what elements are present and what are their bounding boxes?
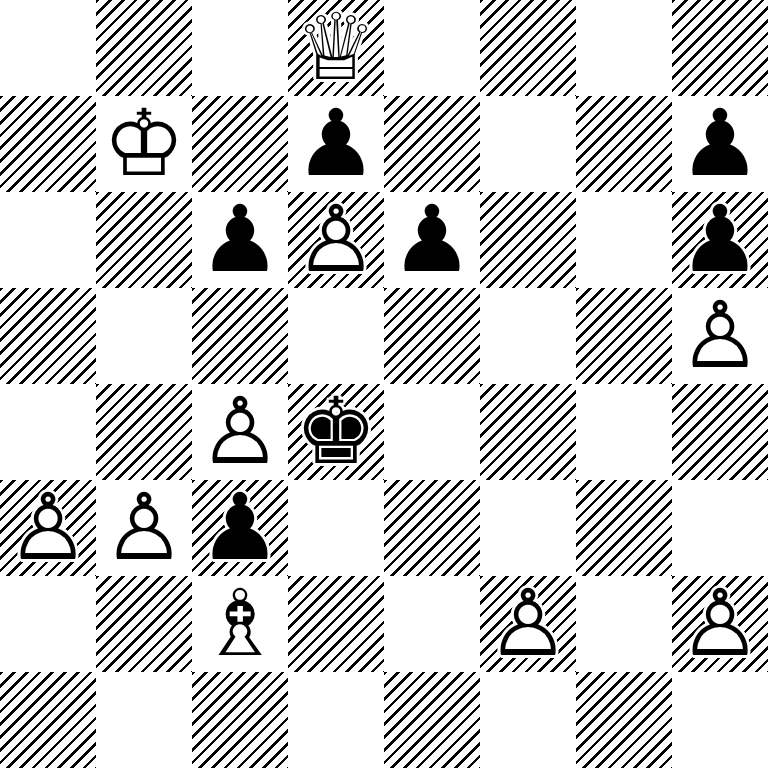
square-e5[interactable] [384, 288, 480, 384]
black-pawn-fill: ♟ [384, 192, 480, 288]
square-h2[interactable]: ♟♙ [672, 576, 768, 672]
white-pawn-glyph: ♙ [480, 576, 576, 672]
black-pawn[interactable]: ♟♟ [288, 96, 384, 192]
square-e7[interactable] [384, 96, 480, 192]
black-king-fill: ♚ [288, 384, 384, 480]
square-h8[interactable] [672, 0, 768, 96]
square-d7[interactable]: ♟♟ [288, 96, 384, 192]
square-d5[interactable] [288, 288, 384, 384]
black-king-glyph: ♚ [288, 384, 384, 480]
square-b1[interactable] [96, 672, 192, 768]
black-pawn[interactable]: ♟♟ [192, 480, 288, 576]
square-g2[interactable] [576, 576, 672, 672]
black-pawn-fill: ♟ [192, 480, 288, 576]
square-e3[interactable] [384, 480, 480, 576]
square-b8[interactable] [96, 0, 192, 96]
square-c7[interactable] [192, 96, 288, 192]
square-d4[interactable]: ♚♚ [288, 384, 384, 480]
white-bishop-fill: ♝ [192, 576, 288, 672]
white-pawn-fill: ♟ [672, 576, 768, 672]
white-pawn-fill: ♟ [480, 576, 576, 672]
white-bishop-glyph: ♗ [192, 576, 288, 672]
white-pawn[interactable]: ♟♙ [672, 288, 768, 384]
white-pawn-fill: ♟ [192, 384, 288, 480]
square-h7[interactable]: ♟♟ [672, 96, 768, 192]
square-e1[interactable] [384, 672, 480, 768]
square-d8[interactable]: ♛♕ [288, 0, 384, 96]
square-g4[interactable] [576, 384, 672, 480]
white-pawn-glyph: ♙ [192, 384, 288, 480]
square-e6[interactable]: ♟♟ [384, 192, 480, 288]
square-a4[interactable] [0, 384, 96, 480]
black-pawn-glyph: ♟ [192, 480, 288, 576]
square-e4[interactable] [384, 384, 480, 480]
square-h4[interactable] [672, 384, 768, 480]
black-pawn-fill: ♟ [672, 192, 768, 288]
square-f8[interactable] [480, 0, 576, 96]
black-pawn-glyph: ♟ [672, 192, 768, 288]
square-a3[interactable]: ♟♙ [0, 480, 96, 576]
white-pawn-fill: ♟ [672, 288, 768, 384]
square-b3[interactable]: ♟♙ [96, 480, 192, 576]
white-pawn-fill: ♟ [288, 192, 384, 288]
square-b7[interactable]: ♚♔ [96, 96, 192, 192]
square-g8[interactable] [576, 0, 672, 96]
square-e8[interactable] [384, 0, 480, 96]
square-c3[interactable]: ♟♟ [192, 480, 288, 576]
white-queen-fill: ♛ [288, 0, 384, 96]
black-pawn-glyph: ♟ [288, 96, 384, 192]
square-f6[interactable] [480, 192, 576, 288]
white-pawn[interactable]: ♟♙ [480, 576, 576, 672]
white-king-fill: ♚ [96, 96, 192, 192]
white-pawn-fill: ♟ [96, 480, 192, 576]
square-a7[interactable] [0, 96, 96, 192]
square-f7[interactable] [480, 96, 576, 192]
black-pawn-fill: ♟ [288, 96, 384, 192]
black-pawn[interactable]: ♟♟ [672, 96, 768, 192]
white-king-glyph: ♔ [96, 96, 192, 192]
square-c8[interactable] [192, 0, 288, 96]
square-a8[interactable] [0, 0, 96, 96]
black-pawn-glyph: ♟ [672, 96, 768, 192]
black-pawn[interactable]: ♟♟ [384, 192, 480, 288]
square-h3[interactable] [672, 480, 768, 576]
square-e2[interactable] [384, 576, 480, 672]
square-f3[interactable] [480, 480, 576, 576]
white-pawn[interactable]: ♟♙ [0, 480, 96, 576]
chess-board: ♛♕♚♔♟♟♟♟♟♟♟♙♟♟♟♟♟♙♟♙♚♚♟♙♟♙♟♟♝♗♟♙♟♙ [0, 0, 768, 768]
black-king[interactable]: ♚♚ [288, 384, 384, 480]
square-g3[interactable] [576, 480, 672, 576]
square-g6[interactable] [576, 192, 672, 288]
black-pawn[interactable]: ♟♟ [192, 192, 288, 288]
square-a2[interactable] [0, 576, 96, 672]
square-c4[interactable]: ♟♙ [192, 384, 288, 480]
square-c5[interactable] [192, 288, 288, 384]
white-pawn[interactable]: ♟♙ [672, 576, 768, 672]
square-c6[interactable]: ♟♟ [192, 192, 288, 288]
white-pawn-glyph: ♙ [96, 480, 192, 576]
square-a1[interactable] [0, 672, 96, 768]
square-c2[interactable]: ♝♗ [192, 576, 288, 672]
square-d2[interactable] [288, 576, 384, 672]
black-pawn[interactable]: ♟♟ [672, 192, 768, 288]
square-f4[interactable] [480, 384, 576, 480]
square-b4[interactable] [96, 384, 192, 480]
white-pawn-glyph: ♙ [672, 288, 768, 384]
square-d6[interactable]: ♟♙ [288, 192, 384, 288]
square-h6[interactable]: ♟♟ [672, 192, 768, 288]
square-h5[interactable]: ♟♙ [672, 288, 768, 384]
square-f1[interactable] [480, 672, 576, 768]
square-h1[interactable] [672, 672, 768, 768]
white-pawn-glyph: ♙ [672, 576, 768, 672]
black-pawn-glyph: ♟ [384, 192, 480, 288]
white-pawn[interactable]: ♟♙ [288, 192, 384, 288]
square-d3[interactable] [288, 480, 384, 576]
black-pawn-fill: ♟ [192, 192, 288, 288]
square-a5[interactable] [0, 288, 96, 384]
square-d1[interactable] [288, 672, 384, 768]
square-c1[interactable] [192, 672, 288, 768]
square-g5[interactable] [576, 288, 672, 384]
white-pawn-fill: ♟ [0, 480, 96, 576]
square-f2[interactable]: ♟♙ [480, 576, 576, 672]
square-b2[interactable] [96, 576, 192, 672]
square-g7[interactable] [576, 96, 672, 192]
white-pawn-glyph: ♙ [288, 192, 384, 288]
black-pawn-fill: ♟ [672, 96, 768, 192]
black-pawn-glyph: ♟ [192, 192, 288, 288]
white-king[interactable]: ♚♔ [96, 96, 192, 192]
square-a6[interactable] [0, 192, 96, 288]
square-b6[interactable] [96, 192, 192, 288]
square-f5[interactable] [480, 288, 576, 384]
white-pawn[interactable]: ♟♙ [192, 384, 288, 480]
white-pawn[interactable]: ♟♙ [96, 480, 192, 576]
square-g1[interactable] [576, 672, 672, 768]
white-queen-glyph: ♕ [288, 0, 384, 96]
white-pawn-glyph: ♙ [0, 480, 96, 576]
white-bishop[interactable]: ♝♗ [192, 576, 288, 672]
white-queen[interactable]: ♛♕ [288, 0, 384, 96]
square-b5[interactable] [96, 288, 192, 384]
